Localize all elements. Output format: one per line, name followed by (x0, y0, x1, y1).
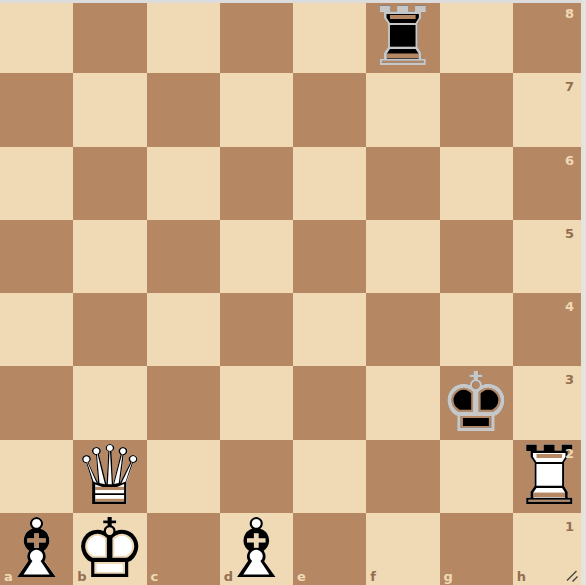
square-f5[interactable] (366, 220, 439, 293)
square-b7[interactable] (73, 73, 146, 146)
square-b5[interactable] (73, 220, 146, 293)
coord-file-a: a (4, 570, 13, 583)
square-e6[interactable] (293, 147, 366, 220)
square-b1[interactable]: b♚♔ (73, 513, 146, 585)
square-c4[interactable] (147, 293, 220, 366)
square-e2[interactable] (293, 440, 366, 513)
square-e5[interactable] (293, 220, 366, 293)
coord-rank-4: 4 (565, 300, 574, 313)
coord-file-h: h (517, 570, 526, 583)
square-f6[interactable] (366, 147, 439, 220)
coord-file-e: e (297, 570, 306, 583)
coord-rank-6: 6 (565, 154, 574, 167)
square-h7[interactable]: 7 (513, 73, 586, 146)
square-g3[interactable]: ♚♔ (440, 366, 513, 439)
square-b2[interactable]: ♛♕ (73, 440, 146, 513)
square-a7[interactable] (0, 73, 73, 146)
square-h3[interactable]: 3 (513, 366, 586, 439)
coord-file-f: f (370, 570, 376, 583)
square-c5[interactable] (147, 220, 220, 293)
square-d6[interactable] (220, 147, 293, 220)
coord-rank-7: 7 (565, 80, 574, 93)
page-background-top-strip (0, 0, 586, 3)
square-g7[interactable] (440, 73, 513, 146)
white-rook-h2[interactable]: ♜♖ (513, 440, 586, 513)
square-g8[interactable] (440, 0, 513, 73)
square-d8[interactable] (220, 0, 293, 73)
square-d2[interactable] (220, 440, 293, 513)
square-a6[interactable] (0, 147, 73, 220)
chess-board-page: ♜♖87654♚♔3♛♕2♜♖a♝♗b♚♔cd♝♗efg1h (0, 0, 586, 585)
square-d1[interactable]: d♝♗ (220, 513, 293, 585)
square-a1[interactable]: a♝♗ (0, 513, 73, 585)
square-c7[interactable] (147, 73, 220, 146)
square-a2[interactable] (0, 440, 73, 513)
square-e3[interactable] (293, 366, 366, 439)
chess-board[interactable]: ♜♖87654♚♔3♛♕2♜♖a♝♗b♚♔cd♝♗efg1h (0, 0, 586, 585)
square-b4[interactable] (73, 293, 146, 366)
square-d4[interactable] (220, 293, 293, 366)
square-a3[interactable] (0, 366, 73, 439)
square-f8[interactable]: ♜♖ (366, 0, 439, 73)
square-h5[interactable]: 5 (513, 220, 586, 293)
square-f7[interactable] (366, 73, 439, 146)
square-f4[interactable] (366, 293, 439, 366)
square-g4[interactable] (440, 293, 513, 366)
black-rook-f8[interactable]: ♜♖ (366, 0, 439, 73)
square-d7[interactable] (220, 73, 293, 146)
coord-rank-3: 3 (565, 373, 574, 386)
square-d5[interactable] (220, 220, 293, 293)
board-resize-handle-icon[interactable] (564, 568, 579, 583)
square-b8[interactable] (73, 0, 146, 73)
square-b3[interactable] (73, 366, 146, 439)
square-g1[interactable]: g (440, 513, 513, 585)
coord-rank-1: 1 (565, 520, 574, 533)
square-c1[interactable]: c (147, 513, 220, 585)
coord-file-c: c (151, 570, 159, 583)
square-h2[interactable]: 2♜♖ (513, 440, 586, 513)
square-c3[interactable] (147, 366, 220, 439)
square-f2[interactable] (366, 440, 439, 513)
square-a8[interactable] (0, 0, 73, 73)
square-f1[interactable]: f (366, 513, 439, 585)
square-d3[interactable] (220, 366, 293, 439)
square-h6[interactable]: 6 (513, 147, 586, 220)
coord-rank-5: 5 (565, 227, 574, 240)
square-a4[interactable] (0, 293, 73, 366)
square-e1[interactable]: e (293, 513, 366, 585)
black-king-g3[interactable]: ♚♔ (440, 366, 513, 439)
square-e7[interactable] (293, 73, 366, 146)
coord-file-g: g (444, 570, 453, 583)
square-g6[interactable] (440, 147, 513, 220)
square-h8[interactable]: 8 (513, 0, 586, 73)
square-c8[interactable] (147, 0, 220, 73)
square-b6[interactable] (73, 147, 146, 220)
white-queen-b2[interactable]: ♛♕ (73, 440, 146, 513)
square-c2[interactable] (147, 440, 220, 513)
coord-rank-8: 8 (565, 7, 574, 20)
square-a5[interactable] (0, 220, 73, 293)
square-f3[interactable] (366, 366, 439, 439)
square-e4[interactable] (293, 293, 366, 366)
square-e8[interactable] (293, 0, 366, 73)
coord-file-b: b (77, 570, 86, 583)
page-background-right-strip (581, 0, 586, 585)
square-c6[interactable] (147, 147, 220, 220)
square-h4[interactable]: 4 (513, 293, 586, 366)
square-g2[interactable] (440, 440, 513, 513)
coord-file-d: d (224, 570, 233, 583)
coord-rank-2: 2 (565, 447, 574, 460)
square-g5[interactable] (440, 220, 513, 293)
